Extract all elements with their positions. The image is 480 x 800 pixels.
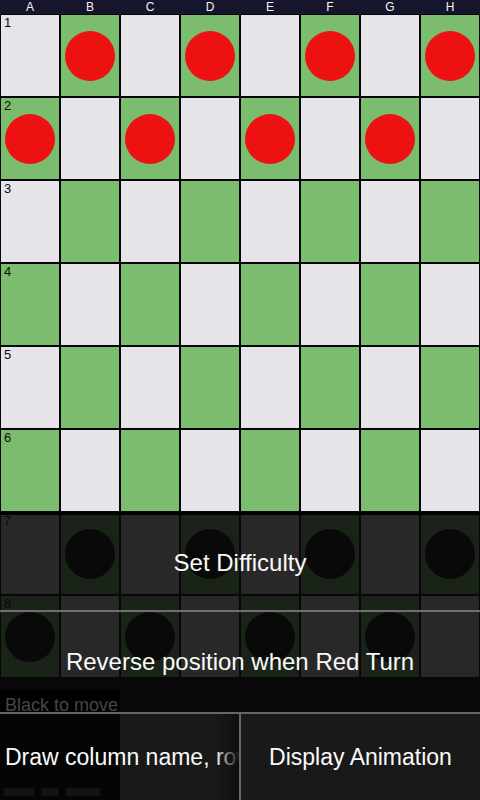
column-label-D: D xyxy=(180,0,240,14)
column-label-H: H xyxy=(420,0,480,14)
faint-text-fragment xyxy=(66,788,100,796)
cell-G3[interactable] xyxy=(360,180,420,263)
checkers-app-screen: ABCDEFGH 12345678 Set Difficulty Reverse… xyxy=(0,0,480,800)
cell-B2[interactable] xyxy=(60,97,120,180)
cell-C3[interactable] xyxy=(120,180,180,263)
red-piece-A2[interactable] xyxy=(5,114,55,164)
red-piece-G2[interactable] xyxy=(365,114,415,164)
red-piece-H1[interactable] xyxy=(425,31,475,81)
cell-D2[interactable] xyxy=(180,97,240,180)
cell-E4[interactable] xyxy=(240,263,300,346)
column-label-B: B xyxy=(60,0,120,14)
cell-F5[interactable] xyxy=(300,346,360,429)
red-piece-F1[interactable] xyxy=(305,31,355,81)
row-label-1: 1 xyxy=(4,15,11,30)
menu-item-reverse-position-label: Reverse position when Red Turn xyxy=(66,648,414,676)
row-label-2: 2 xyxy=(4,98,11,113)
cell-A3[interactable]: 3 xyxy=(0,180,60,263)
cell-F1[interactable] xyxy=(300,14,360,97)
cell-F4[interactable] xyxy=(300,263,360,346)
cell-G1[interactable] xyxy=(360,14,420,97)
row-label-4: 4 xyxy=(4,264,11,279)
cell-D4[interactable] xyxy=(180,263,240,346)
column-labels-bar: ABCDEFGH xyxy=(0,0,480,14)
faint-text-fragment xyxy=(41,788,59,796)
cell-C4[interactable] xyxy=(120,263,180,346)
menu-vertical-divider xyxy=(239,714,241,800)
cell-E2[interactable] xyxy=(240,97,300,180)
column-label-C: C xyxy=(120,0,180,14)
cell-C1[interactable] xyxy=(120,14,180,97)
cell-D6[interactable] xyxy=(180,429,240,512)
menu-item-set-difficulty-label: Set Difficulty xyxy=(174,549,307,577)
cell-B1[interactable] xyxy=(60,14,120,97)
cell-F2[interactable] xyxy=(300,97,360,180)
text-truncation-fade xyxy=(215,714,239,800)
cell-H1[interactable] xyxy=(420,14,480,97)
faint-text-fragment xyxy=(4,788,34,796)
row-label-3: 3 xyxy=(4,181,11,196)
cell-G5[interactable] xyxy=(360,346,420,429)
cell-H6[interactable] xyxy=(420,429,480,512)
cell-B6[interactable] xyxy=(60,429,120,512)
menu-item-draw-column-names-label: Draw column name, row xyxy=(5,744,239,771)
cell-H5[interactable] xyxy=(420,346,480,429)
cell-A6[interactable]: 6 xyxy=(0,429,60,512)
cell-B3[interactable] xyxy=(60,180,120,263)
column-label-G: G xyxy=(360,0,420,14)
cell-C2[interactable] xyxy=(120,97,180,180)
cell-A4[interactable]: 4 xyxy=(0,263,60,346)
cell-E6[interactable] xyxy=(240,429,300,512)
red-piece-D1[interactable] xyxy=(185,31,235,81)
cell-B4[interactable] xyxy=(60,263,120,346)
menu-item-set-difficulty[interactable]: Set Difficulty xyxy=(0,515,480,610)
cell-A1[interactable]: 1 xyxy=(0,14,60,97)
menu-item-display-animation[interactable]: Display Animation xyxy=(241,714,480,800)
cut-off-menu-item-faint xyxy=(4,788,100,796)
cell-B5[interactable] xyxy=(60,346,120,429)
cell-F3[interactable] xyxy=(300,180,360,263)
cell-G2[interactable] xyxy=(360,97,420,180)
cell-A5[interactable]: 5 xyxy=(0,346,60,429)
red-piece-E2[interactable] xyxy=(245,114,295,164)
cell-C5[interactable] xyxy=(120,346,180,429)
cell-H2[interactable] xyxy=(420,97,480,180)
red-piece-C2[interactable] xyxy=(125,114,175,164)
cell-G4[interactable] xyxy=(360,263,420,346)
cell-E3[interactable] xyxy=(240,180,300,263)
cell-A2[interactable]: 2 xyxy=(0,97,60,180)
options-menu-overlay: Set Difficulty Reverse position when Red… xyxy=(0,512,480,800)
column-label-F: F xyxy=(300,0,360,14)
cell-D3[interactable] xyxy=(180,180,240,263)
cell-E1[interactable] xyxy=(240,14,300,97)
menu-item-display-animation-label: Display Animation xyxy=(269,744,452,771)
cell-E5[interactable] xyxy=(240,346,300,429)
cell-C6[interactable] xyxy=(120,429,180,512)
cell-G6[interactable] xyxy=(360,429,420,512)
cell-H4[interactable] xyxy=(420,263,480,346)
red-piece-B1[interactable] xyxy=(65,31,115,81)
column-label-E: E xyxy=(240,0,300,14)
cell-D1[interactable] xyxy=(180,14,240,97)
cell-D5[interactable] xyxy=(180,346,240,429)
row-label-5: 5 xyxy=(4,347,11,362)
row-label-6: 6 xyxy=(4,430,11,445)
column-label-A: A xyxy=(0,0,60,14)
cell-H3[interactable] xyxy=(420,180,480,263)
cell-F6[interactable] xyxy=(300,429,360,512)
